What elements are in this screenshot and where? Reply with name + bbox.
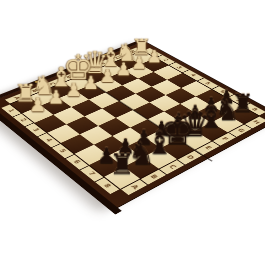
piece-black-rook[interactable]: ♜	[109, 150, 135, 179]
piece-white-pawn[interactable]: ♟	[29, 95, 46, 114]
piece-white-pawn[interactable]: ♟	[48, 88, 65, 107]
piece-white-pawn[interactable]: ♟	[65, 81, 82, 100]
piece-white-pawn[interactable]: ♟	[147, 48, 162, 65]
piece-white-pawn[interactable]: ♟	[83, 74, 99, 92]
piece-white-pawn[interactable]: ♟	[99, 67, 115, 85]
pieces-layer: ♜♞♝♛♚♝♞♜♟♟♟♟♟♟♟♟♟♟♟♟♟♟♟♟♜♞♝♛♚♝♞♜	[0, 41, 265, 207]
piece-white-pawn[interactable]: ♟	[131, 54, 147, 71]
chess-board: 12345678 12345678 HGFEDCBA HGFEDCBA ♜♞♝♛…	[0, 41, 265, 207]
piece-white-pawn[interactable]: ♟	[116, 60, 132, 78]
chess-set-photo: 12345678 12345678 HGFEDCBA HGFEDCBA ♜♞♝♛…	[0, 0, 265, 265]
